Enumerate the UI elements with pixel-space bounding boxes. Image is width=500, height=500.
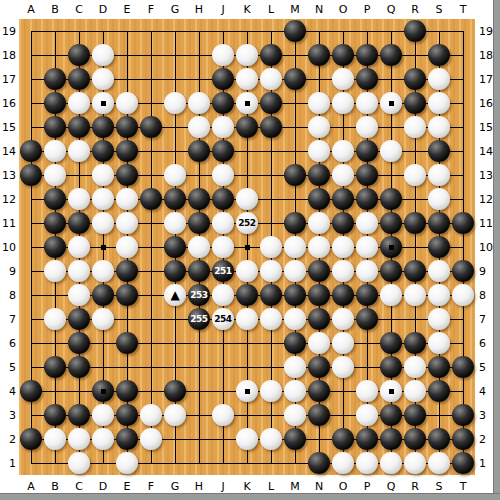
- intersection-B9[interactable]: [43, 259, 67, 283]
- intersection-S12[interactable]: [427, 187, 451, 211]
- intersection-A8[interactable]: [19, 283, 43, 307]
- intersection-A1[interactable]: [19, 451, 43, 475]
- black-stone-L16[interactable]: [260, 92, 282, 114]
- black-stone-S10[interactable]: [428, 236, 450, 258]
- intersection-A15[interactable]: [19, 115, 43, 139]
- black-stone-J17[interactable]: [212, 68, 234, 90]
- intersection-F7[interactable]: [139, 307, 163, 331]
- intersection-G14[interactable]: [163, 139, 187, 163]
- intersection-M4[interactable]: [283, 379, 307, 403]
- intersection-E2[interactable]: [115, 427, 139, 451]
- intersection-B10[interactable]: [43, 235, 67, 259]
- intersection-G17[interactable]: [163, 67, 187, 91]
- black-stone-J9[interactable]: 251: [212, 260, 234, 282]
- intersection-T6[interactable]: [451, 331, 475, 355]
- black-stone-G10[interactable]: [164, 236, 186, 258]
- white-stone-D18[interactable]: [92, 44, 114, 66]
- intersection-D12[interactable]: [91, 187, 115, 211]
- intersection-A3[interactable]: [19, 403, 43, 427]
- intersection-E10[interactable]: [115, 235, 139, 259]
- black-stone-O8[interactable]: [332, 284, 354, 306]
- intersection-B8[interactable]: [43, 283, 67, 307]
- intersection-E6[interactable]: [115, 331, 139, 355]
- intersection-Q13[interactable]: [379, 163, 403, 187]
- white-stone-N11[interactable]: [308, 212, 330, 234]
- intersection-Q12[interactable]: [379, 187, 403, 211]
- intersection-T18[interactable]: [451, 43, 475, 67]
- intersection-E3[interactable]: [115, 403, 139, 427]
- white-stone-K18[interactable]: [236, 44, 258, 66]
- intersection-M9[interactable]: [283, 259, 307, 283]
- intersection-L17[interactable]: [259, 67, 283, 91]
- intersection-T5[interactable]: [451, 355, 475, 379]
- white-stone-D13[interactable]: [92, 164, 114, 186]
- intersection-N12[interactable]: [307, 187, 331, 211]
- intersection-P4[interactable]: [355, 379, 379, 403]
- black-stone-H8[interactable]: 253: [188, 284, 210, 306]
- white-stone-D9[interactable]: [92, 260, 114, 282]
- intersection-O9[interactable]: [331, 259, 355, 283]
- black-stone-E2[interactable]: [116, 428, 138, 450]
- white-stone-K12[interactable]: [236, 188, 258, 210]
- intersection-O5[interactable]: [331, 355, 355, 379]
- white-stone-L4[interactable]: [260, 380, 282, 402]
- intersection-N14[interactable]: [307, 139, 331, 163]
- intersection-G7[interactable]: [163, 307, 187, 331]
- intersection-E19[interactable]: [115, 19, 139, 43]
- black-stone-R19[interactable]: [404, 20, 426, 42]
- intersection-N16[interactable]: [307, 91, 331, 115]
- intersection-S6[interactable]: [427, 331, 451, 355]
- intersection-D2[interactable]: [91, 427, 115, 451]
- intersection-M1[interactable]: [283, 451, 307, 475]
- black-stone-C18[interactable]: [68, 44, 90, 66]
- intersection-H8[interactable]: 253: [187, 283, 211, 307]
- black-stone-S5[interactable]: [428, 356, 450, 378]
- intersection-H3[interactable]: [187, 403, 211, 427]
- intersection-F5[interactable]: [139, 355, 163, 379]
- intersection-K19[interactable]: [235, 19, 259, 43]
- intersection-K17[interactable]: [235, 67, 259, 91]
- intersection-J8[interactable]: [211, 283, 235, 307]
- black-stone-R17[interactable]: [404, 68, 426, 90]
- white-stone-C16[interactable]: [68, 92, 90, 114]
- intersection-S13[interactable]: [427, 163, 451, 187]
- black-stone-N5[interactable]: [308, 356, 330, 378]
- white-stone-H10[interactable]: [188, 236, 210, 258]
- white-stone-C9[interactable]: [68, 260, 90, 282]
- black-stone-P8[interactable]: [356, 284, 378, 306]
- white-stone-F3[interactable]: [140, 404, 162, 426]
- intersection-O13[interactable]: [331, 163, 355, 187]
- white-stone-S15[interactable]: [428, 116, 450, 138]
- intersection-K8[interactable]: [235, 283, 259, 307]
- white-stone-L17[interactable]: [260, 68, 282, 90]
- intersection-E17[interactable]: [115, 67, 139, 91]
- black-stone-E9[interactable]: [116, 260, 138, 282]
- intersection-E14[interactable]: [115, 139, 139, 163]
- intersection-B5[interactable]: [43, 355, 67, 379]
- black-stone-R9[interactable]: [404, 260, 426, 282]
- intersection-N11[interactable]: [307, 211, 331, 235]
- black-stone-R16[interactable]: [404, 92, 426, 114]
- intersection-P3[interactable]: [355, 403, 379, 427]
- white-stone-F2[interactable]: [140, 428, 162, 450]
- black-stone-C17[interactable]: [68, 68, 90, 90]
- white-stone-J8[interactable]: [212, 284, 234, 306]
- black-stone-B10[interactable]: [44, 236, 66, 258]
- intersection-T11[interactable]: [451, 211, 475, 235]
- intersection-B18[interactable]: [43, 43, 67, 67]
- white-stone-K2[interactable]: [236, 428, 258, 450]
- intersection-L2[interactable]: [259, 427, 283, 451]
- intersection-J14[interactable]: [211, 139, 235, 163]
- intersection-Q8[interactable]: [379, 283, 403, 307]
- intersection-H2[interactable]: [187, 427, 211, 451]
- black-stone-T3[interactable]: [452, 404, 474, 426]
- white-stone-C14[interactable]: [68, 140, 90, 162]
- intersection-F4[interactable]: [139, 379, 163, 403]
- intersection-Q10[interactable]: [379, 235, 403, 259]
- intersection-L4[interactable]: [259, 379, 283, 403]
- board-intersections[interactable]: 252251▲253255254: [19, 19, 475, 475]
- white-stone-R4[interactable]: [404, 380, 426, 402]
- intersection-M8[interactable]: [283, 283, 307, 307]
- black-stone-D8[interactable]: [92, 284, 114, 306]
- intersection-L6[interactable]: [259, 331, 283, 355]
- intersection-A19[interactable]: [19, 19, 43, 43]
- intersection-C5[interactable]: [67, 355, 91, 379]
- intersection-L18[interactable]: [259, 43, 283, 67]
- intersection-F12[interactable]: [139, 187, 163, 211]
- black-stone-K8[interactable]: [236, 284, 258, 306]
- intersection-N8[interactable]: [307, 283, 331, 307]
- black-stone-Q6[interactable]: [380, 332, 402, 354]
- intersection-P5[interactable]: [355, 355, 379, 379]
- intersection-G15[interactable]: [163, 115, 187, 139]
- intersection-L12[interactable]: [259, 187, 283, 211]
- intersection-G10[interactable]: [163, 235, 187, 259]
- intersection-J3[interactable]: [211, 403, 235, 427]
- intersection-T2[interactable]: [451, 427, 475, 451]
- black-stone-B12[interactable]: [44, 188, 66, 210]
- white-stone-R15[interactable]: [404, 116, 426, 138]
- intersection-N4[interactable]: [307, 379, 331, 403]
- intersection-G5[interactable]: [163, 355, 187, 379]
- intersection-S14[interactable]: [427, 139, 451, 163]
- white-stone-K7[interactable]: [236, 308, 258, 330]
- intersection-T10[interactable]: [451, 235, 475, 259]
- intersection-R15[interactable]: [403, 115, 427, 139]
- black-stone-M11[interactable]: [284, 212, 306, 234]
- intersection-S18[interactable]: [427, 43, 451, 67]
- black-stone-J12[interactable]: [212, 188, 234, 210]
- intersection-D10[interactable]: [91, 235, 115, 259]
- intersection-D15[interactable]: [91, 115, 115, 139]
- black-stone-B3[interactable]: [44, 404, 66, 426]
- intersection-E11[interactable]: [115, 211, 139, 235]
- intersection-K7[interactable]: [235, 307, 259, 331]
- intersection-D7[interactable]: [91, 307, 115, 331]
- intersection-D17[interactable]: [91, 67, 115, 91]
- white-stone-P16[interactable]: [356, 92, 378, 114]
- black-stone-K15[interactable]: [236, 116, 258, 138]
- intersection-B15[interactable]: [43, 115, 67, 139]
- black-stone-D14[interactable]: [92, 140, 114, 162]
- black-stone-N13[interactable]: [308, 164, 330, 186]
- intersection-B16[interactable]: [43, 91, 67, 115]
- white-stone-M4[interactable]: [284, 380, 306, 402]
- black-stone-H11[interactable]: [188, 212, 210, 234]
- intersection-Q19[interactable]: [379, 19, 403, 43]
- intersection-J5[interactable]: [211, 355, 235, 379]
- white-stone-Q14[interactable]: [380, 140, 402, 162]
- black-stone-E15[interactable]: [116, 116, 138, 138]
- intersection-O3[interactable]: [331, 403, 355, 427]
- intersection-Q2[interactable]: [379, 427, 403, 451]
- intersection-A16[interactable]: [19, 91, 43, 115]
- black-stone-R6[interactable]: [404, 332, 426, 354]
- black-stone-Q12[interactable]: [380, 188, 402, 210]
- white-stone-P10[interactable]: [356, 236, 378, 258]
- intersection-Q6[interactable]: [379, 331, 403, 355]
- intersection-C17[interactable]: [67, 67, 91, 91]
- white-stone-D7[interactable]: [92, 308, 114, 330]
- intersection-P19[interactable]: [355, 19, 379, 43]
- black-stone-E14[interactable]: [116, 140, 138, 162]
- black-stone-N9[interactable]: [308, 260, 330, 282]
- white-stone-N14[interactable]: [308, 140, 330, 162]
- white-stone-K9[interactable]: [236, 260, 258, 282]
- white-stone-J13[interactable]: [212, 164, 234, 186]
- intersection-O14[interactable]: [331, 139, 355, 163]
- white-stone-O17[interactable]: [332, 68, 354, 90]
- intersection-S1[interactable]: [427, 451, 451, 475]
- intersection-T8[interactable]: [451, 283, 475, 307]
- black-stone-A2[interactable]: [20, 428, 42, 450]
- intersection-L15[interactable]: [259, 115, 283, 139]
- intersection-J15[interactable]: [211, 115, 235, 139]
- intersection-K4[interactable]: [235, 379, 259, 403]
- intersection-R18[interactable]: [403, 43, 427, 67]
- intersection-H15[interactable]: [187, 115, 211, 139]
- intersection-F18[interactable]: [139, 43, 163, 67]
- white-stone-S8[interactable]: [428, 284, 450, 306]
- intersection-R7[interactable]: [403, 307, 427, 331]
- intersection-E15[interactable]: [115, 115, 139, 139]
- intersection-S10[interactable]: [427, 235, 451, 259]
- intersection-T9[interactable]: [451, 259, 475, 283]
- intersection-F9[interactable]: [139, 259, 163, 283]
- white-stone-E1[interactable]: [116, 452, 138, 474]
- intersection-K9[interactable]: [235, 259, 259, 283]
- white-stone-K17[interactable]: [236, 68, 258, 90]
- intersection-H13[interactable]: [187, 163, 211, 187]
- white-stone-O1[interactable]: [332, 452, 354, 474]
- intersection-E16[interactable]: [115, 91, 139, 115]
- intersection-K3[interactable]: [235, 403, 259, 427]
- white-stone-Q16[interactable]: [380, 92, 402, 114]
- black-stone-O18[interactable]: [332, 44, 354, 66]
- intersection-L16[interactable]: [259, 91, 283, 115]
- black-stone-Q18[interactable]: [380, 44, 402, 66]
- black-stone-C3[interactable]: [68, 404, 90, 426]
- intersection-P1[interactable]: [355, 451, 379, 475]
- black-stone-B15[interactable]: [44, 116, 66, 138]
- intersection-H6[interactable]: [187, 331, 211, 355]
- intersection-H5[interactable]: [187, 355, 211, 379]
- white-stone-J10[interactable]: [212, 236, 234, 258]
- white-stone-J15[interactable]: [212, 116, 234, 138]
- black-stone-S11[interactable]: [428, 212, 450, 234]
- black-stone-N7[interactable]: [308, 308, 330, 330]
- white-stone-L2[interactable]: [260, 428, 282, 450]
- white-stone-E16[interactable]: [116, 92, 138, 114]
- white-stone-G13[interactable]: [164, 164, 186, 186]
- intersection-H10[interactable]: [187, 235, 211, 259]
- intersection-M11[interactable]: [283, 211, 307, 235]
- black-stone-P17[interactable]: [356, 68, 378, 90]
- white-stone-D17[interactable]: [92, 68, 114, 90]
- intersection-L13[interactable]: [259, 163, 283, 187]
- black-stone-P18[interactable]: [356, 44, 378, 66]
- intersection-K16[interactable]: [235, 91, 259, 115]
- white-stone-P9[interactable]: [356, 260, 378, 282]
- black-stone-C6[interactable]: [68, 332, 90, 354]
- intersection-J17[interactable]: [211, 67, 235, 91]
- white-stone-S16[interactable]: [428, 92, 450, 114]
- intersection-Q16[interactable]: [379, 91, 403, 115]
- intersection-O8[interactable]: [331, 283, 355, 307]
- intersection-D18[interactable]: [91, 43, 115, 67]
- go-board[interactable]: 252251▲253255254: [19, 19, 475, 475]
- intersection-M12[interactable]: [283, 187, 307, 211]
- intersection-P16[interactable]: [355, 91, 379, 115]
- black-stone-Q11[interactable]: [380, 212, 402, 234]
- intersection-M6[interactable]: [283, 331, 307, 355]
- black-stone-T11[interactable]: [452, 212, 474, 234]
- intersection-Q4[interactable]: [379, 379, 403, 403]
- white-stone-O14[interactable]: [332, 140, 354, 162]
- intersection-S15[interactable]: [427, 115, 451, 139]
- white-stone-C10[interactable]: [68, 236, 90, 258]
- black-stone-S14[interactable]: [428, 140, 450, 162]
- white-stone-K4[interactable]: [236, 380, 258, 402]
- intersection-M3[interactable]: [283, 403, 307, 427]
- intersection-C19[interactable]: [67, 19, 91, 43]
- intersection-L14[interactable]: [259, 139, 283, 163]
- intersection-N2[interactable]: [307, 427, 331, 451]
- black-stone-D4[interactable]: [92, 380, 114, 402]
- intersection-G1[interactable]: [163, 451, 187, 475]
- intersection-P17[interactable]: [355, 67, 379, 91]
- black-stone-C7[interactable]: [68, 308, 90, 330]
- intersection-K5[interactable]: [235, 355, 259, 379]
- black-stone-T1[interactable]: [452, 452, 474, 474]
- intersection-A4[interactable]: [19, 379, 43, 403]
- black-stone-P14[interactable]: [356, 140, 378, 162]
- intersection-N19[interactable]: [307, 19, 331, 43]
- intersection-O12[interactable]: [331, 187, 355, 211]
- black-stone-N8[interactable]: [308, 284, 330, 306]
- black-stone-N12[interactable]: [308, 188, 330, 210]
- intersection-D5[interactable]: [91, 355, 115, 379]
- intersection-O15[interactable]: [331, 115, 355, 139]
- white-stone-O13[interactable]: [332, 164, 354, 186]
- intersection-P13[interactable]: [355, 163, 379, 187]
- intersection-F16[interactable]: [139, 91, 163, 115]
- intersection-C12[interactable]: [67, 187, 91, 211]
- intersection-K10[interactable]: [235, 235, 259, 259]
- black-stone-T9[interactable]: [452, 260, 474, 282]
- intersection-O4[interactable]: [331, 379, 355, 403]
- black-stone-L15[interactable]: [260, 116, 282, 138]
- intersection-C1[interactable]: [67, 451, 91, 475]
- intersection-G11[interactable]: [163, 211, 187, 235]
- black-stone-Q3[interactable]: [380, 404, 402, 426]
- intersection-H19[interactable]: [187, 19, 211, 43]
- intersection-T3[interactable]: [451, 403, 475, 427]
- white-stone-L7[interactable]: [260, 308, 282, 330]
- intersection-J4[interactable]: [211, 379, 235, 403]
- intersection-A5[interactable]: [19, 355, 43, 379]
- intersection-L19[interactable]: [259, 19, 283, 43]
- intersection-R8[interactable]: [403, 283, 427, 307]
- intersection-C18[interactable]: [67, 43, 91, 67]
- intersection-K13[interactable]: [235, 163, 259, 187]
- intersection-G9[interactable]: [163, 259, 187, 283]
- white-stone-S13[interactable]: [428, 164, 450, 186]
- white-stone-G16[interactable]: [164, 92, 186, 114]
- intersection-C11[interactable]: [67, 211, 91, 235]
- white-stone-S12[interactable]: [428, 188, 450, 210]
- intersection-M7[interactable]: [283, 307, 307, 331]
- white-stone-B2[interactable]: [44, 428, 66, 450]
- intersection-O17[interactable]: [331, 67, 355, 91]
- white-stone-M9[interactable]: [284, 260, 306, 282]
- intersection-L8[interactable]: [259, 283, 283, 307]
- intersection-C16[interactable]: [67, 91, 91, 115]
- intersection-F6[interactable]: [139, 331, 163, 355]
- white-stone-H16[interactable]: [188, 92, 210, 114]
- white-stone-G3[interactable]: [164, 404, 186, 426]
- intersection-G19[interactable]: [163, 19, 187, 43]
- intersection-R6[interactable]: [403, 331, 427, 355]
- white-stone-G11[interactable]: [164, 212, 186, 234]
- black-stone-H7[interactable]: 255: [188, 308, 210, 330]
- intersection-E5[interactable]: [115, 355, 139, 379]
- intersection-M14[interactable]: [283, 139, 307, 163]
- intersection-J9[interactable]: 251: [211, 259, 235, 283]
- intersection-L7[interactable]: [259, 307, 283, 331]
- black-stone-O11[interactable]: [332, 212, 354, 234]
- intersection-C9[interactable]: [67, 259, 91, 283]
- intersection-Q9[interactable]: [379, 259, 403, 283]
- white-stone-R13[interactable]: [404, 164, 426, 186]
- intersection-S3[interactable]: [427, 403, 451, 427]
- intersection-S5[interactable]: [427, 355, 451, 379]
- intersection-F19[interactable]: [139, 19, 163, 43]
- intersection-R17[interactable]: [403, 67, 427, 91]
- black-stone-A14[interactable]: [20, 140, 42, 162]
- intersection-Q7[interactable]: [379, 307, 403, 331]
- intersection-B1[interactable]: [43, 451, 67, 475]
- intersection-M18[interactable]: [283, 43, 307, 67]
- intersection-M5[interactable]: [283, 355, 307, 379]
- intersection-D19[interactable]: [91, 19, 115, 43]
- white-stone-P3[interactable]: [356, 404, 378, 426]
- intersection-G2[interactable]: [163, 427, 187, 451]
